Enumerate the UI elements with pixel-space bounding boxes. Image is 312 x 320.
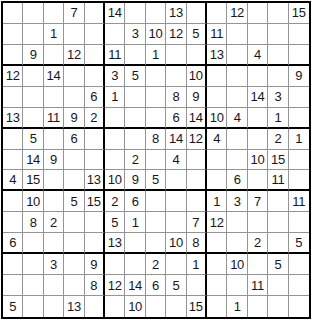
cell-r4c7-given: 5 — [125, 66, 145, 87]
cell-r8c8-empty[interactable] — [146, 150, 166, 171]
cell-r6c9-given: 6 — [166, 108, 186, 129]
cell-r1c5-empty[interactable] — [85, 3, 105, 24]
cell-r14c14-empty[interactable] — [268, 275, 288, 296]
cell-r13c11-empty[interactable] — [207, 254, 227, 275]
cell-r12c8-empty[interactable] — [146, 233, 166, 254]
cell-r13c2-empty[interactable] — [23, 254, 43, 275]
cell-r11c5-empty[interactable] — [85, 212, 105, 233]
cell-r2c5-empty[interactable] — [85, 24, 105, 45]
cell-r10c7-given: 6 — [125, 191, 145, 212]
cell-r13c1-empty[interactable] — [3, 254, 23, 275]
cell-r4c2-empty[interactable] — [23, 66, 43, 87]
cell-r14c9-given: 5 — [166, 275, 186, 296]
cell-r5c12-empty[interactable] — [227, 87, 247, 108]
cell-r7c4-given: 6 — [64, 129, 84, 150]
cell-r1c14-empty[interactable] — [268, 3, 288, 24]
cell-r7c12-empty[interactable] — [227, 129, 247, 150]
cell-r7c5-empty[interactable] — [85, 129, 105, 150]
cell-r14c3-empty[interactable] — [44, 275, 64, 296]
cell-r15c6-empty[interactable] — [105, 296, 125, 317]
cell-r1c6-given: 14 — [105, 3, 125, 24]
cell-r15c12-given: 1 — [227, 296, 247, 317]
cell-r9c9-empty[interactable] — [166, 170, 186, 191]
cell-r4c10-given: 10 — [187, 66, 207, 87]
cell-r4c1-given: 12 — [3, 66, 23, 87]
cell-r11c14-empty[interactable] — [268, 212, 288, 233]
cell-r15c13-empty[interactable] — [248, 296, 268, 317]
cell-r15c8-empty[interactable] — [146, 296, 166, 317]
cell-r12c2-empty[interactable] — [23, 233, 43, 254]
cell-r4c9-empty[interactable] — [166, 66, 186, 87]
cell-r7c6-empty[interactable] — [105, 129, 125, 150]
cell-r3c8-given: 1 — [146, 45, 166, 66]
cell-r13c3-given: 3 — [44, 254, 64, 275]
cell-r7c10-given: 12 — [187, 129, 207, 150]
cell-r7c9-given: 14 — [166, 129, 186, 150]
cell-r8c13-given: 10 — [248, 150, 268, 171]
cell-r9c11-empty[interactable] — [207, 170, 227, 191]
cell-r1c4-given: 7 — [64, 3, 84, 24]
cell-r9c12-given: 6 — [227, 170, 247, 191]
cell-r4c5-empty[interactable] — [85, 66, 105, 87]
cell-r6c11-given: 10 — [207, 108, 227, 129]
cell-r3c7-empty[interactable] — [125, 45, 145, 66]
cell-r10c9-empty[interactable] — [166, 191, 186, 212]
cell-r1c12-given: 12 — [227, 3, 247, 24]
cell-r10c13-given: 7 — [248, 191, 268, 212]
cell-r3c1-empty[interactable] — [3, 45, 23, 66]
cell-r2c7-given: 3 — [125, 24, 145, 45]
cell-r9c1-given: 4 — [3, 170, 23, 191]
cell-r7c3-empty[interactable] — [44, 129, 64, 150]
cell-r2c15-empty[interactable] — [289, 24, 309, 45]
cell-r12c7-empty[interactable] — [125, 233, 145, 254]
cell-r8c11-empty[interactable] — [207, 150, 227, 171]
cell-r6c15-empty[interactable] — [289, 108, 309, 129]
cell-r15c7-given: 10 — [125, 296, 145, 317]
cell-r1c1-empty[interactable] — [3, 3, 23, 24]
cell-r12c14-empty[interactable] — [268, 233, 288, 254]
cell-r2c8-given: 10 — [146, 24, 166, 45]
cell-r12c3-empty[interactable] — [44, 233, 64, 254]
cell-r7c8-given: 8 — [146, 129, 166, 150]
cell-r14c6-given: 12 — [105, 275, 125, 296]
cell-r6c3-given: 11 — [44, 108, 64, 129]
cell-r4c15-given: 9 — [289, 66, 309, 87]
cell-r4c13-empty[interactable] — [248, 66, 268, 87]
cell-r10c10-empty[interactable] — [187, 191, 207, 212]
cell-r3c12-empty[interactable] — [227, 45, 247, 66]
cell-r2c14-empty[interactable] — [268, 24, 288, 45]
cell-r7c7-empty[interactable] — [125, 129, 145, 150]
cell-r11c4-empty[interactable] — [64, 212, 84, 233]
cell-r8c1-empty[interactable] — [3, 150, 23, 171]
cell-r1c3-empty[interactable] — [44, 3, 64, 24]
cell-r14c11-empty[interactable] — [207, 275, 227, 296]
cell-r8c9-given: 4 — [166, 150, 186, 171]
cell-r11c10-given: 7 — [187, 212, 207, 233]
cell-r11c15-empty[interactable] — [289, 212, 309, 233]
sudoku-board: 7141312151310125119121111341214351096189… — [1, 1, 311, 319]
cell-r5c8-empty[interactable] — [146, 87, 166, 108]
cell-r9c10-empty[interactable] — [187, 170, 207, 191]
cell-r8c4-empty[interactable] — [64, 150, 84, 171]
cell-r11c8-empty[interactable] — [146, 212, 166, 233]
cell-r12c13-given: 2 — [248, 233, 268, 254]
cell-r2c6-empty[interactable] — [105, 24, 125, 45]
cell-r5c14-given: 3 — [268, 87, 288, 108]
cell-r12c9-given: 10 — [166, 233, 186, 254]
cell-r14c10-empty[interactable] — [187, 275, 207, 296]
cell-r8c5-empty[interactable] — [85, 150, 105, 171]
cell-r7c1-empty[interactable] — [3, 129, 23, 150]
cell-r7c2-given: 5 — [23, 129, 43, 150]
cell-r2c1-empty[interactable] — [3, 24, 23, 45]
cell-r7c11-given: 4 — [207, 129, 227, 150]
cell-r11c13-empty[interactable] — [248, 212, 268, 233]
cell-r2c4-empty[interactable] — [64, 24, 84, 45]
cell-r11c1-empty[interactable] — [3, 212, 23, 233]
cell-r13c8-given: 2 — [146, 254, 166, 275]
cell-r3c10-empty[interactable] — [187, 45, 207, 66]
cell-r4c14-empty[interactable] — [268, 66, 288, 87]
cell-r13c5-given: 9 — [85, 254, 105, 275]
cell-r11c12-empty[interactable] — [227, 212, 247, 233]
cell-r5c11-empty[interactable] — [207, 87, 227, 108]
cell-r13c12-given: 10 — [227, 254, 247, 275]
cell-r13c15-empty[interactable] — [289, 254, 309, 275]
cell-r1c13-empty[interactable] — [248, 3, 268, 24]
cell-r6c5-given: 2 — [85, 108, 105, 129]
cell-r10c1-empty[interactable] — [3, 191, 23, 212]
cell-r14c4-empty[interactable] — [64, 275, 84, 296]
cell-r5c6-given: 1 — [105, 87, 125, 108]
cell-r8c6-empty[interactable] — [105, 150, 125, 171]
cell-r6c12-given: 4 — [227, 108, 247, 129]
cell-r5c1-empty[interactable] — [3, 87, 23, 108]
cell-r8c3-given: 9 — [44, 150, 64, 171]
cell-r9c3-empty[interactable] — [44, 170, 64, 191]
cell-r6c6-empty[interactable] — [105, 108, 125, 129]
cell-r13c6-empty[interactable] — [105, 254, 125, 275]
sudoku-puzzle: 7141312151310125119121111341214351096189… — [0, 0, 312, 320]
cell-r4c8-empty[interactable] — [146, 66, 166, 87]
cell-r9c4-empty[interactable] — [64, 170, 84, 191]
cell-r14c5-given: 8 — [85, 275, 105, 296]
cell-r4c6-given: 3 — [105, 66, 125, 87]
cell-r2c2-empty[interactable] — [23, 24, 43, 45]
cell-r6c10-given: 14 — [187, 108, 207, 129]
cell-r12c12-empty[interactable] — [227, 233, 247, 254]
cell-r15c2-empty[interactable] — [23, 296, 43, 317]
cell-r12c6-given: 13 — [105, 233, 125, 254]
cell-r1c15-given: 15 — [289, 3, 309, 24]
cell-r8c14-given: 15 — [268, 150, 288, 171]
cell-r3c6-given: 11 — [105, 45, 125, 66]
cell-r2c12-empty[interactable] — [227, 24, 247, 45]
cell-r3c2-given: 9 — [23, 45, 43, 66]
cell-r10c14-empty[interactable] — [268, 191, 288, 212]
cell-r1c2-empty[interactable] — [23, 3, 43, 24]
cell-r9c7-given: 9 — [125, 170, 145, 191]
cell-r13c4-empty[interactable] — [64, 254, 84, 275]
cell-r1c8-empty[interactable] — [146, 3, 166, 24]
cell-r3c14-empty[interactable] — [268, 45, 288, 66]
cell-r2c10-given: 5 — [187, 24, 207, 45]
cell-r3c11-given: 13 — [207, 45, 227, 66]
cell-r8c7-given: 2 — [125, 150, 145, 171]
cell-r1c10-empty[interactable] — [187, 3, 207, 24]
cell-r6c14-given: 1 — [268, 108, 288, 129]
cell-r13c10-given: 1 — [187, 254, 207, 275]
cell-r11c2-given: 8 — [23, 212, 43, 233]
cell-r10c3-empty[interactable] — [44, 191, 64, 212]
cell-r9c6-given: 10 — [105, 170, 125, 191]
cell-r8c15-empty[interactable] — [289, 150, 309, 171]
cell-r10c5-given: 15 — [85, 191, 105, 212]
cell-r3c9-empty[interactable] — [166, 45, 186, 66]
cell-r9c2-given: 15 — [23, 170, 43, 191]
cell-r3c15-empty[interactable] — [289, 45, 309, 66]
cell-r15c15-empty[interactable] — [289, 296, 309, 317]
cell-r12c5-empty[interactable] — [85, 233, 105, 254]
cell-r14c15-empty[interactable] — [289, 275, 309, 296]
cell-r2c3-given: 1 — [44, 24, 64, 45]
cell-r11c9-empty[interactable] — [166, 212, 186, 233]
cell-r14c1-empty[interactable] — [3, 275, 23, 296]
cell-r1c11-empty[interactable] — [207, 3, 227, 24]
cell-r10c11-given: 1 — [207, 191, 227, 212]
cell-r6c4-given: 9 — [64, 108, 84, 129]
cell-r10c4-given: 5 — [64, 191, 84, 212]
cell-r9c13-empty[interactable] — [248, 170, 268, 191]
cell-r13c13-empty[interactable] — [248, 254, 268, 275]
cell-r2c13-empty[interactable] — [248, 24, 268, 45]
cell-r13c7-empty[interactable] — [125, 254, 145, 275]
cell-r15c3-empty[interactable] — [44, 296, 64, 317]
cell-r6c2-empty[interactable] — [23, 108, 43, 129]
cell-r14c8-given: 6 — [146, 275, 166, 296]
cell-r2c9-given: 12 — [166, 24, 186, 45]
cell-r15c10-given: 15 — [187, 296, 207, 317]
cell-r12c1-given: 6 — [3, 233, 23, 254]
cell-r15c14-empty[interactable] — [268, 296, 288, 317]
cell-r5c4-empty[interactable] — [64, 87, 84, 108]
cell-r8c12-empty[interactable] — [227, 150, 247, 171]
cell-r12c10-given: 8 — [187, 233, 207, 254]
cell-r15c9-empty[interactable] — [166, 296, 186, 317]
cell-r11c7-given: 1 — [125, 212, 145, 233]
cell-r9c14-given: 11 — [268, 170, 288, 191]
cell-r3c5-empty[interactable] — [85, 45, 105, 66]
cell-r12c15-given: 5 — [289, 233, 309, 254]
cell-r3c4-given: 12 — [64, 45, 84, 66]
cell-r12c11-empty[interactable] — [207, 233, 227, 254]
cell-r13c9-empty[interactable] — [166, 254, 186, 275]
cell-r14c7-given: 14 — [125, 275, 145, 296]
cell-r6c7-empty[interactable] — [125, 108, 145, 129]
cell-r5c15-empty[interactable] — [289, 87, 309, 108]
cell-r3c13-given: 4 — [248, 45, 268, 66]
cell-r4c12-empty[interactable] — [227, 66, 247, 87]
cell-r9c15-empty[interactable] — [289, 170, 309, 191]
cell-r7c13-empty[interactable] — [248, 129, 268, 150]
cell-r10c12-given: 3 — [227, 191, 247, 212]
cell-r10c2-given: 10 — [23, 191, 43, 212]
cell-r4c3-given: 14 — [44, 66, 64, 87]
cell-r4c4-empty[interactable] — [64, 66, 84, 87]
cell-r12c4-empty[interactable] — [64, 233, 84, 254]
cell-r2c11-given: 11 — [207, 24, 227, 45]
cell-r6c13-empty[interactable] — [248, 108, 268, 129]
cell-r14c13-given: 11 — [248, 275, 268, 296]
cell-r9c5-given: 13 — [85, 170, 105, 191]
cell-r15c11-empty[interactable] — [207, 296, 227, 317]
cell-r11c11-given: 12 — [207, 212, 227, 233]
cell-r6c8-empty[interactable] — [146, 108, 166, 129]
cell-r15c1-given: 5 — [3, 296, 23, 317]
cell-r1c7-empty[interactable] — [125, 3, 145, 24]
cell-r15c4-given: 13 — [64, 296, 84, 317]
cell-r7c15-given: 1 — [289, 129, 309, 150]
cell-r5c7-empty[interactable] — [125, 87, 145, 108]
cell-r5c10-given: 9 — [187, 87, 207, 108]
cell-r1c9-given: 13 — [166, 3, 186, 24]
cell-r5c13-given: 14 — [248, 87, 268, 108]
cell-r11c3-given: 2 — [44, 212, 64, 233]
cell-r9c8-given: 5 — [146, 170, 166, 191]
cell-r14c2-empty[interactable] — [23, 275, 43, 296]
cell-r15c5-empty[interactable] — [85, 296, 105, 317]
cell-r10c8-empty[interactable] — [146, 191, 166, 212]
cell-r5c9-given: 8 — [166, 87, 186, 108]
cell-r11c6-given: 5 — [105, 212, 125, 233]
cell-r3c3-empty[interactable] — [44, 45, 64, 66]
cell-r7c14-given: 2 — [268, 129, 288, 150]
cell-r10c15-given: 11 — [289, 191, 309, 212]
cell-r13c14-given: 5 — [268, 254, 288, 275]
cell-r5c5-given: 6 — [85, 87, 105, 108]
cell-r8c2-given: 14 — [23, 150, 43, 171]
cell-r14c12-empty[interactable] — [227, 275, 247, 296]
cell-r8c10-empty[interactable] — [187, 150, 207, 171]
cell-r10c6-given: 2 — [105, 191, 125, 212]
cell-r5c2-empty[interactable] — [23, 87, 43, 108]
cell-r4c11-empty[interactable] — [207, 66, 227, 87]
cell-r5c3-empty[interactable] — [44, 87, 64, 108]
cell-r6c1-given: 13 — [3, 108, 23, 129]
